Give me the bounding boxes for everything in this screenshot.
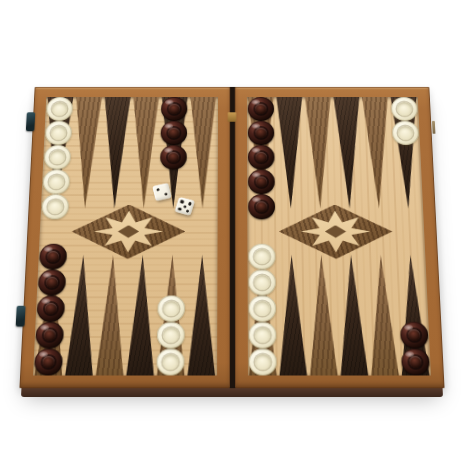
die-pip	[183, 204, 187, 208]
point-triangle-walnut	[70, 97, 103, 208]
checker-dark[interactable]	[38, 269, 66, 295]
checker-dark[interactable]	[401, 348, 430, 375]
point-7[interactable]	[186, 255, 217, 376]
point-3[interactable]	[336, 255, 370, 376]
point-13[interactable]	[41, 97, 75, 208]
die-pip	[188, 202, 192, 206]
die-pip	[180, 200, 184, 204]
right-playing-field	[246, 97, 431, 376]
checker-dark[interactable]	[248, 145, 275, 169]
checker-dark[interactable]	[248, 169, 275, 194]
point-triangle-walnut	[94, 255, 128, 376]
board-left-half	[19, 87, 229, 388]
point-20[interactable]	[275, 97, 306, 208]
left-bottom-points	[33, 255, 217, 376]
checker-light[interactable]	[390, 97, 417, 121]
point-23[interactable]	[361, 97, 394, 208]
left-top-points	[41, 97, 218, 208]
point-14[interactable]	[70, 97, 103, 208]
point-triangle-dark	[332, 97, 364, 208]
point-triangle-dark	[125, 255, 158, 376]
checker-light[interactable]	[249, 322, 277, 349]
checker-dark[interactable]	[161, 121, 188, 145]
checker-dark[interactable]	[160, 145, 187, 169]
checker-light[interactable]	[45, 121, 72, 145]
point-triangle-walnut	[304, 97, 335, 208]
point-4[interactable]	[306, 255, 339, 376]
point-triangle-dark	[186, 255, 217, 376]
point-triangle-dark	[277, 255, 309, 376]
right-bottom-points	[247, 255, 431, 376]
point-1[interactable]	[396, 255, 431, 376]
left-playing-field	[33, 97, 218, 376]
die-pip	[186, 209, 190, 213]
point-11[interactable]	[64, 255, 99, 376]
backgammon-case	[19, 87, 445, 397]
checker-dark[interactable]	[248, 194, 275, 219]
latch-icon	[16, 305, 26, 326]
case-bottom-edge	[21, 388, 443, 397]
latch-icon	[26, 112, 35, 131]
point-triangle-dark	[336, 255, 370, 376]
checker-light[interactable]	[248, 295, 276, 321]
checker-light[interactable]	[42, 194, 70, 219]
point-10[interactable]	[94, 255, 128, 376]
point-2[interactable]	[366, 255, 401, 376]
inlay-diamond-right	[279, 204, 394, 258]
point-triangle-walnut	[306, 255, 339, 376]
point-9[interactable]	[125, 255, 158, 376]
die-pip	[156, 188, 160, 191]
point-21[interactable]	[304, 97, 335, 208]
checker-light[interactable]	[391, 121, 418, 145]
hinge-icon	[228, 112, 236, 121]
open-case-halves	[19, 87, 444, 388]
checker-dark[interactable]	[248, 121, 274, 145]
point-15[interactable]	[100, 97, 132, 208]
point-24[interactable]	[389, 97, 423, 208]
checker-dark[interactable]	[37, 295, 66, 321]
point-8[interactable]	[155, 255, 187, 376]
checker-light[interactable]	[43, 169, 71, 194]
board-right-half	[234, 87, 444, 388]
point-22[interactable]	[332, 97, 364, 208]
checker-dark[interactable]	[400, 322, 429, 349]
point-triangle-dark	[64, 255, 99, 376]
point-triangle-walnut	[188, 97, 218, 208]
die-2-value-5[interactable]	[175, 197, 195, 216]
point-5[interactable]	[277, 255, 309, 376]
checker-dark[interactable]	[39, 244, 67, 270]
point-triangle-walnut	[361, 97, 394, 208]
point-triangle-dark	[100, 97, 132, 208]
board-scene	[19, 87, 445, 397]
checker-light[interactable]	[248, 269, 275, 295]
checker-light[interactable]	[249, 348, 277, 375]
point-triangle-dark	[275, 97, 306, 208]
die-pip	[165, 193, 169, 196]
die-pip	[178, 207, 182, 211]
right-top-points	[246, 97, 423, 208]
checker-dark[interactable]	[36, 322, 65, 349]
checker-dark[interactable]	[248, 97, 274, 121]
hinge-pin-icon	[432, 121, 435, 134]
checker-light[interactable]	[248, 244, 275, 270]
checker-light[interactable]	[44, 145, 71, 169]
inlay-diamond-left	[71, 204, 186, 258]
point-6[interactable]	[247, 255, 278, 376]
point-12[interactable]	[33, 255, 68, 376]
checker-light[interactable]	[158, 295, 186, 321]
point-18[interactable]	[188, 97, 218, 208]
point-19[interactable]	[246, 97, 276, 208]
point-triangle-walnut	[366, 255, 401, 376]
